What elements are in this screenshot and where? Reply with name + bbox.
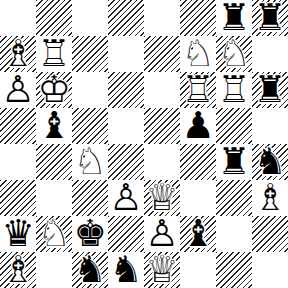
- white-king-b6: ♚♔: [36, 72, 72, 108]
- square-g8[interactable]: ♜♜: [216, 0, 252, 36]
- square-g2[interactable]: [216, 216, 252, 252]
- piece-glyph: ♗: [0, 252, 36, 288]
- square-d1[interactable]: ♞♞: [108, 252, 144, 288]
- piece-glyph: ♖: [180, 72, 216, 108]
- white-rook-f6: ♜♖: [180, 72, 216, 108]
- square-d5[interactable]: [108, 108, 144, 144]
- black-queen-a2: ♛♛: [0, 216, 36, 252]
- square-h5[interactable]: [252, 108, 288, 144]
- piece-glyph: ♙: [0, 72, 36, 108]
- square-f2[interactable]: ♝♝: [180, 216, 216, 252]
- square-h6[interactable]: ♜♜: [252, 72, 288, 108]
- square-e5[interactable]: [144, 108, 180, 144]
- square-a2[interactable]: ♛♛: [0, 216, 36, 252]
- square-b4[interactable]: [36, 144, 72, 180]
- square-h1[interactable]: [252, 252, 288, 288]
- square-b5[interactable]: ♝♝: [36, 108, 72, 144]
- piece-glyph: ♗: [252, 180, 288, 216]
- square-e8[interactable]: [144, 0, 180, 36]
- chess-board: ♜♜♜♜♝♗♜♖♞♘♞♘♟♙♚♔♜♖♜♖♜♜♝♝♟♟♞♘♜♜♞♞♟♙♛♕♝♗♛♛…: [0, 0, 288, 288]
- square-c5[interactable]: [72, 108, 108, 144]
- square-a1[interactable]: ♝♗: [0, 252, 36, 288]
- square-c8[interactable]: [72, 0, 108, 36]
- square-g6[interactable]: ♜♖: [216, 72, 252, 108]
- piece-glyph: ♜: [252, 72, 288, 108]
- square-b7[interactable]: ♜♖: [36, 36, 72, 72]
- square-f4[interactable]: [180, 144, 216, 180]
- square-e2[interactable]: ♟♙: [144, 216, 180, 252]
- black-knight-d1: ♞♞: [108, 252, 144, 288]
- black-king-c2: ♚♚: [72, 216, 108, 252]
- piece-glyph: ♜: [216, 144, 252, 180]
- piece-glyph: ♘: [72, 144, 108, 180]
- square-a5[interactable]: [0, 108, 36, 144]
- square-e1[interactable]: ♛♕: [144, 252, 180, 288]
- piece-glyph: ♙: [108, 180, 144, 216]
- square-f1[interactable]: [180, 252, 216, 288]
- square-e6[interactable]: [144, 72, 180, 108]
- square-h4[interactable]: ♞♞: [252, 144, 288, 180]
- square-h2[interactable]: [252, 216, 288, 252]
- white-knight-f7: ♞♘: [180, 36, 216, 72]
- white-pawn-a6: ♟♙: [0, 72, 36, 108]
- square-g7[interactable]: ♞♘: [216, 36, 252, 72]
- square-h3[interactable]: ♝♗: [252, 180, 288, 216]
- square-a8[interactable]: [0, 0, 36, 36]
- square-c7[interactable]: [72, 36, 108, 72]
- piece-glyph: ♘: [180, 36, 216, 72]
- white-bishop-a1: ♝♗: [0, 252, 36, 288]
- black-pawn-f5: ♟♟: [180, 108, 216, 144]
- piece-glyph: ♚: [72, 216, 108, 252]
- square-d7[interactable]: [108, 36, 144, 72]
- white-pawn-e2: ♟♙: [144, 216, 180, 252]
- black-bishop-b5: ♝♝: [36, 108, 72, 144]
- square-g1[interactable]: [216, 252, 252, 288]
- square-b2[interactable]: ♞♘: [36, 216, 72, 252]
- square-h8[interactable]: ♜♜: [252, 0, 288, 36]
- piece-glyph: ♜: [252, 0, 288, 36]
- square-a4[interactable]: [0, 144, 36, 180]
- square-g4[interactable]: ♜♜: [216, 144, 252, 180]
- square-b6[interactable]: ♚♔: [36, 72, 72, 108]
- square-d4[interactable]: [108, 144, 144, 180]
- square-c2[interactable]: ♚♚: [72, 216, 108, 252]
- white-bishop-h3: ♝♗: [252, 180, 288, 216]
- piece-glyph: ♞: [72, 252, 108, 288]
- square-f8[interactable]: [180, 0, 216, 36]
- piece-glyph: ♟: [180, 108, 216, 144]
- piece-glyph: ♞: [108, 252, 144, 288]
- black-rook-h8: ♜♜: [252, 0, 288, 36]
- white-rook-b7: ♜♖: [36, 36, 72, 72]
- square-f3[interactable]: [180, 180, 216, 216]
- square-h7[interactable]: [252, 36, 288, 72]
- white-knight-b2: ♞♘: [36, 216, 72, 252]
- piece-glyph: ♔: [36, 72, 72, 108]
- square-a7[interactable]: ♝♗: [0, 36, 36, 72]
- square-c6[interactable]: [72, 72, 108, 108]
- piece-glyph: ♗: [0, 36, 36, 72]
- black-bishop-f2: ♝♝: [180, 216, 216, 252]
- square-d6[interactable]: [108, 72, 144, 108]
- square-g3[interactable]: [216, 180, 252, 216]
- piece-glyph: ♝: [180, 216, 216, 252]
- white-queen-e1: ♛♕: [144, 252, 180, 288]
- square-a3[interactable]: [0, 180, 36, 216]
- white-knight-g7: ♞♘: [216, 36, 252, 72]
- square-e4[interactable]: [144, 144, 180, 180]
- square-f5[interactable]: ♟♟: [180, 108, 216, 144]
- square-e7[interactable]: [144, 36, 180, 72]
- black-knight-c1: ♞♞: [72, 252, 108, 288]
- square-e3[interactable]: ♛♕: [144, 180, 180, 216]
- white-queen-e3: ♛♕: [144, 180, 180, 216]
- piece-glyph: ♛: [0, 216, 36, 252]
- piece-glyph: ♕: [144, 180, 180, 216]
- square-c4[interactable]: ♞♘: [72, 144, 108, 180]
- piece-glyph: ♝: [36, 108, 72, 144]
- square-b1[interactable]: [36, 252, 72, 288]
- piece-glyph: ♞: [252, 144, 288, 180]
- black-rook-h6: ♜♜: [252, 72, 288, 108]
- white-bishop-a7: ♝♗: [0, 36, 36, 72]
- square-a6[interactable]: ♟♙: [0, 72, 36, 108]
- black-knight-h4: ♞♞: [252, 144, 288, 180]
- square-d8[interactable]: [108, 0, 144, 36]
- square-b8[interactable]: [36, 0, 72, 36]
- piece-glyph: ♘: [36, 216, 72, 252]
- piece-glyph: ♕: [144, 252, 180, 288]
- black-rook-g4: ♜♜: [216, 144, 252, 180]
- square-f7[interactable]: ♞♘: [180, 36, 216, 72]
- piece-glyph: ♘: [216, 36, 252, 72]
- white-knight-c4: ♞♘: [72, 144, 108, 180]
- square-c3[interactable]: [72, 180, 108, 216]
- white-rook-g6: ♜♖: [216, 72, 252, 108]
- square-f6[interactable]: ♜♖: [180, 72, 216, 108]
- piece-glyph: ♜: [216, 0, 252, 36]
- square-b3[interactable]: [36, 180, 72, 216]
- square-c1[interactable]: ♞♞: [72, 252, 108, 288]
- piece-glyph: ♖: [36, 36, 72, 72]
- square-g5[interactable]: [216, 108, 252, 144]
- white-pawn-d3: ♟♙: [108, 180, 144, 216]
- piece-glyph: ♙: [144, 216, 180, 252]
- square-d3[interactable]: ♟♙: [108, 180, 144, 216]
- square-d2[interactable]: [108, 216, 144, 252]
- black-rook-g8: ♜♜: [216, 0, 252, 36]
- piece-glyph: ♖: [216, 72, 252, 108]
